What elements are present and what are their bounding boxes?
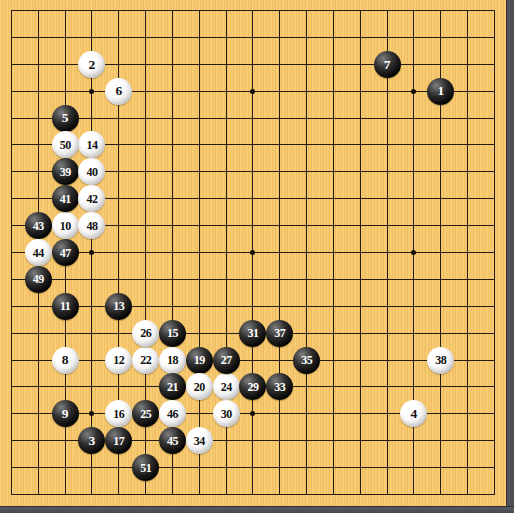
stone-move-38-white[interactable]: 38 (427, 347, 454, 374)
stone-number-label: 21 (167, 381, 178, 393)
stone-number-label: 30 (221, 408, 232, 420)
stone-move-49-black[interactable]: 49 (25, 266, 52, 293)
stone-number-label: 35 (301, 354, 312, 366)
stone-number-label: 12 (113, 354, 124, 366)
stone-move-39-black[interactable]: 39 (52, 158, 79, 185)
stone-number-label: 10 (60, 220, 71, 232)
stone-number-label: 40 (86, 166, 97, 178)
stone-move-20-white[interactable]: 20 (186, 373, 213, 400)
stone-move-41-black[interactable]: 41 (52, 185, 79, 212)
stone-move-6-white[interactable]: 6 (105, 78, 132, 105)
stone-move-13-black[interactable]: 13 (105, 293, 132, 320)
stone-move-9-black[interactable]: 9 (52, 400, 79, 427)
star-point (89, 411, 94, 416)
stone-move-47-black[interactable]: 47 (52, 239, 79, 266)
board-shadow-edge-bottom (0, 506, 514, 513)
stone-move-50-white[interactable]: 50 (52, 131, 79, 158)
stone-number-label: 11 (60, 300, 70, 312)
stone-move-48-white[interactable]: 48 (78, 212, 105, 239)
stone-number-label: 33 (274, 381, 285, 393)
stone-move-7-black[interactable]: 7 (374, 51, 401, 78)
stone-move-15-black[interactable]: 15 (159, 320, 186, 347)
go-board[interactable]: 1234567891011121314151617181920212224252… (0, 0, 506, 506)
stone-move-1-black[interactable]: 1 (427, 78, 454, 105)
stone-move-22-white[interactable]: 22 (132, 347, 159, 374)
stone-number-label: 38 (435, 354, 446, 366)
stone-number-label: 13 (113, 300, 124, 312)
star-point (250, 89, 255, 94)
stone-number-label: 25 (140, 408, 151, 420)
stone-number-label: 8 (62, 353, 69, 367)
stone-move-3-black[interactable]: 3 (78, 427, 105, 454)
stone-number-label: 42 (86, 193, 97, 205)
stone-move-27-black[interactable]: 27 (213, 347, 240, 374)
stone-move-45-black[interactable]: 45 (159, 427, 186, 454)
stone-move-46-white[interactable]: 46 (159, 400, 186, 427)
stone-move-31-black[interactable]: 31 (239, 320, 266, 347)
stone-number-label: 15 (167, 327, 178, 339)
stone-move-43-black[interactable]: 43 (25, 212, 52, 239)
stone-move-10-white[interactable]: 10 (52, 212, 79, 239)
stone-move-26-white[interactable]: 26 (132, 320, 159, 347)
stone-number-label: 29 (247, 381, 258, 393)
stone-move-14-white[interactable]: 14 (78, 131, 105, 158)
stone-number-label: 7 (384, 58, 391, 72)
stone-number-label: 45 (167, 435, 178, 447)
stone-number-label: 2 (89, 58, 96, 72)
stone-number-label: 41 (60, 193, 71, 205)
board-shadow-edge-right (506, 0, 514, 513)
stone-move-16-white[interactable]: 16 (105, 400, 132, 427)
stone-move-2-white[interactable]: 2 (78, 51, 105, 78)
stone-number-label: 1 (437, 84, 444, 98)
stone-move-4-white[interactable]: 4 (400, 400, 427, 427)
stone-number-label: 14 (86, 139, 97, 151)
stone-move-8-white[interactable]: 8 (52, 347, 79, 374)
stone-number-label: 39 (60, 166, 71, 178)
stone-number-label: 31 (247, 327, 258, 339)
stone-number-label: 43 (33, 220, 44, 232)
star-point (89, 89, 94, 94)
star-point (411, 89, 416, 94)
stone-move-5-black[interactable]: 5 (52, 105, 79, 132)
stone-number-label: 3 (89, 434, 96, 448)
stone-number-label: 51 (140, 462, 151, 474)
stone-move-51-black[interactable]: 51 (132, 454, 159, 481)
stone-number-label: 17 (113, 435, 124, 447)
stone-move-42-white[interactable]: 42 (78, 185, 105, 212)
stone-number-label: 19 (194, 354, 205, 366)
stone-move-17-black[interactable]: 17 (105, 427, 132, 454)
star-point (89, 250, 94, 255)
stone-number-label: 48 (86, 220, 97, 232)
stone-number-label: 47 (60, 247, 71, 259)
star-point (250, 411, 255, 416)
stone-number-label: 6 (115, 84, 122, 98)
go-kifu-screenshot: 1234567891011121314151617181920212224252… (0, 0, 514, 513)
stone-move-11-black[interactable]: 11 (52, 293, 79, 320)
star-point (250, 250, 255, 255)
star-point (411, 250, 416, 255)
stone-number-label: 44 (33, 247, 44, 259)
stone-move-24-white[interactable]: 24 (213, 373, 240, 400)
stone-move-18-white[interactable]: 18 (159, 347, 186, 374)
stone-move-19-black[interactable]: 19 (186, 347, 213, 374)
stone-move-33-black[interactable]: 33 (266, 373, 293, 400)
stone-number-label: 34 (194, 435, 205, 447)
stone-move-40-white[interactable]: 40 (78, 158, 105, 185)
board-grid-lines: 1234567891011121314151617181920212224252… (11, 10, 495, 495)
stone-number-label: 50 (60, 139, 71, 151)
stone-move-30-white[interactable]: 30 (213, 400, 240, 427)
stone-number-label: 9 (62, 407, 69, 421)
stone-move-29-black[interactable]: 29 (239, 373, 266, 400)
stone-move-37-black[interactable]: 37 (266, 320, 293, 347)
stone-number-label: 26 (140, 327, 151, 339)
stone-number-label: 16 (113, 408, 124, 420)
stone-number-label: 24 (221, 381, 232, 393)
stone-number-label: 22 (140, 354, 151, 366)
stone-number-label: 37 (274, 327, 285, 339)
stone-number-label: 46 (167, 408, 178, 420)
stone-move-25-black[interactable]: 25 (132, 400, 159, 427)
stone-number-label: 27 (221, 354, 232, 366)
stone-move-21-black[interactable]: 21 (159, 373, 186, 400)
stone-number-label: 4 (411, 407, 418, 421)
stone-number-label: 5 (62, 111, 69, 125)
stone-number-label: 20 (194, 381, 205, 393)
stone-move-44-white[interactable]: 44 (25, 239, 52, 266)
stone-move-12-white[interactable]: 12 (105, 347, 132, 374)
stone-number-label: 18 (167, 354, 178, 366)
stone-move-34-white[interactable]: 34 (186, 427, 213, 454)
stone-move-35-black[interactable]: 35 (293, 347, 320, 374)
stone-number-label: 49 (33, 273, 44, 285)
